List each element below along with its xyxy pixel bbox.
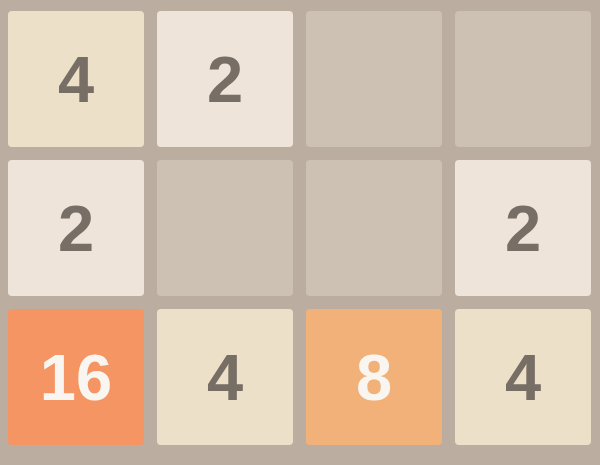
empty-cell	[455, 11, 591, 147]
tile-8: 8	[306, 309, 442, 445]
2048-board[interactable]: 422216484	[0, 0, 600, 465]
tile-4: 4	[8, 11, 144, 147]
empty-cell	[157, 160, 293, 296]
tile-2: 2	[8, 160, 144, 296]
empty-cell	[306, 11, 442, 147]
tile-4: 4	[455, 309, 591, 445]
tile-2: 2	[157, 11, 293, 147]
tile-4: 4	[157, 309, 293, 445]
tile-2: 2	[455, 160, 591, 296]
tile-16: 16	[8, 309, 144, 445]
empty-cell	[306, 160, 442, 296]
